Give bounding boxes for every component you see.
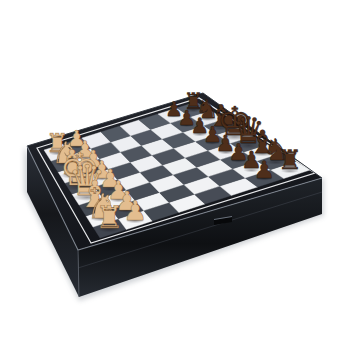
piece-white-rook-a1[interactable]: ♜ bbox=[95, 202, 123, 233]
chess-set-photo: ♜♟♞♟♝♟♚♟♛♟♟♜♝♟♟♞♞♟♟♜♝♟♟♚♟♛♟♝♟♞♟♜ bbox=[0, 0, 345, 345]
piece-black-rook-a8[interactable]: ♜ bbox=[278, 147, 302, 174]
rook-icon: ♜ bbox=[95, 202, 123, 233]
pieces-layer: ♜♟♞♟♝♟♚♟♛♟♟♜♝♟♟♞♞♟♟♜♝♟♟♚♟♛♟♝♟♞♟♜ bbox=[0, 0, 345, 345]
pawn-icon: ♟ bbox=[123, 198, 147, 225]
pawn-icon: ♟ bbox=[253, 158, 275, 182]
piece-black-pawn-a7[interactable]: ♟ bbox=[253, 158, 275, 182]
rook-icon: ♜ bbox=[278, 147, 302, 174]
piece-white-pawn-a2[interactable]: ♟ bbox=[123, 198, 147, 225]
